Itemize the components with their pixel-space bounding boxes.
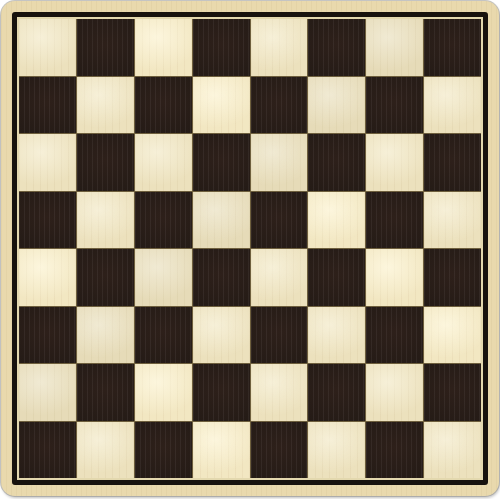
square-f4[interactable] [308, 249, 365, 306]
board-photo [0, 0, 500, 499]
square-e2[interactable] [251, 364, 308, 421]
square-c5[interactable] [135, 192, 192, 249]
square-a4[interactable] [19, 249, 76, 306]
square-h1[interactable] [424, 422, 481, 479]
square-e4[interactable] [251, 249, 308, 306]
square-b5[interactable] [77, 192, 134, 249]
square-f1[interactable] [308, 422, 365, 479]
square-h6[interactable] [424, 134, 481, 191]
square-d4[interactable] [193, 249, 250, 306]
square-a7[interactable] [19, 77, 76, 134]
square-g6[interactable] [366, 134, 423, 191]
square-f2[interactable] [308, 364, 365, 421]
square-e5[interactable] [251, 192, 308, 249]
square-h7[interactable] [424, 77, 481, 134]
square-a8[interactable] [19, 19, 76, 76]
square-e3[interactable] [251, 307, 308, 364]
square-g5[interactable] [366, 192, 423, 249]
square-e7[interactable] [251, 77, 308, 134]
board-grid [19, 19, 481, 478]
square-b2[interactable] [77, 364, 134, 421]
square-c3[interactable] [135, 307, 192, 364]
square-b6[interactable] [77, 134, 134, 191]
square-g3[interactable] [366, 307, 423, 364]
square-e6[interactable] [251, 134, 308, 191]
square-f3[interactable] [308, 307, 365, 364]
square-g1[interactable] [366, 422, 423, 479]
square-b8[interactable] [77, 19, 134, 76]
square-a3[interactable] [19, 307, 76, 364]
square-c8[interactable] [135, 19, 192, 76]
square-b1[interactable] [77, 422, 134, 479]
square-a1[interactable] [19, 422, 76, 479]
square-e1[interactable] [251, 422, 308, 479]
square-d3[interactable] [193, 307, 250, 364]
square-f5[interactable] [308, 192, 365, 249]
square-g4[interactable] [366, 249, 423, 306]
square-d5[interactable] [193, 192, 250, 249]
square-g2[interactable] [366, 364, 423, 421]
square-d7[interactable] [193, 77, 250, 134]
square-e8[interactable] [251, 19, 308, 76]
square-c1[interactable] [135, 422, 192, 479]
square-h2[interactable] [424, 364, 481, 421]
square-c2[interactable] [135, 364, 192, 421]
square-a6[interactable] [19, 134, 76, 191]
square-a5[interactable] [19, 192, 76, 249]
square-b7[interactable] [77, 77, 134, 134]
square-c7[interactable] [135, 77, 192, 134]
square-h8[interactable] [424, 19, 481, 76]
square-b3[interactable] [77, 307, 134, 364]
square-f6[interactable] [308, 134, 365, 191]
square-d2[interactable] [193, 364, 250, 421]
square-c4[interactable] [135, 249, 192, 306]
square-h3[interactable] [424, 307, 481, 364]
square-h5[interactable] [424, 192, 481, 249]
game-board [1, 1, 499, 496]
board-frame [12, 12, 488, 485]
square-h4[interactable] [424, 249, 481, 306]
square-a2[interactable] [19, 364, 76, 421]
square-g7[interactable] [366, 77, 423, 134]
square-d6[interactable] [193, 134, 250, 191]
square-g8[interactable] [366, 19, 423, 76]
square-f8[interactable] [308, 19, 365, 76]
square-c6[interactable] [135, 134, 192, 191]
square-f7[interactable] [308, 77, 365, 134]
square-b4[interactable] [77, 249, 134, 306]
square-d8[interactable] [193, 19, 250, 76]
square-d1[interactable] [193, 422, 250, 479]
